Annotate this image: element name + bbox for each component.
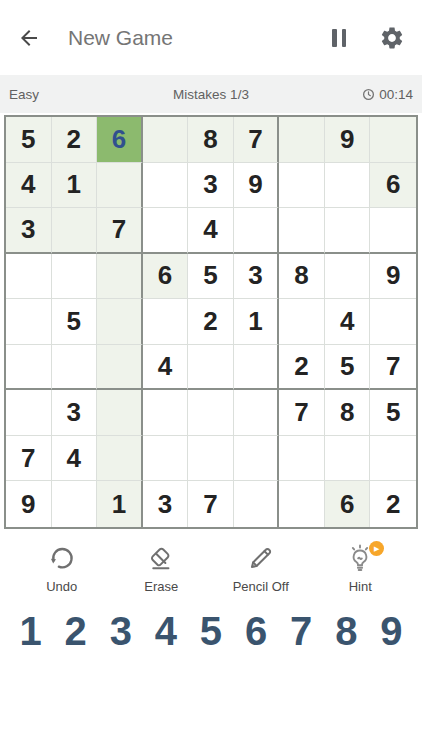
cell-r8c8[interactable] — [325, 436, 371, 482]
cell-r8c3[interactable] — [97, 436, 143, 482]
cell-r5c1[interactable] — [6, 299, 52, 345]
numpad-1[interactable]: 1 — [8, 609, 53, 653]
back-button[interactable] — [16, 25, 42, 51]
numpad-6[interactable]: 6 — [234, 609, 279, 653]
pause-button[interactable] — [326, 25, 352, 51]
play-badge-icon: ▶ — [369, 541, 384, 556]
cell-r8c6[interactable] — [234, 436, 280, 482]
numpad-4[interactable]: 4 — [143, 609, 188, 653]
numpad: 123456789 — [0, 609, 422, 653]
cell-r1c5[interactable]: 8 — [188, 117, 234, 163]
cell-r2c3[interactable] — [97, 163, 143, 209]
hint-label: Hint — [349, 579, 372, 594]
cell-r1c9[interactable] — [370, 117, 416, 163]
cell-r8c4[interactable] — [143, 436, 189, 482]
erase-label: Erase — [144, 579, 178, 594]
cell-r4c2[interactable] — [52, 254, 98, 300]
pause-icon — [332, 29, 337, 47]
pencil-icon — [245, 542, 277, 574]
cell-r7c6[interactable] — [234, 390, 280, 436]
cell-r3c2[interactable] — [52, 208, 98, 254]
cell-r1c4[interactable] — [143, 117, 189, 163]
cell-r2c2[interactable]: 1 — [52, 163, 98, 209]
cell-r3c5[interactable]: 4 — [188, 208, 234, 254]
cell-r2c5[interactable]: 3 — [188, 163, 234, 209]
cell-r6c5[interactable] — [188, 345, 234, 391]
timer: 00:14 — [294, 87, 413, 102]
cell-r1c7[interactable] — [279, 117, 325, 163]
hint-button[interactable]: ▶ Hint — [311, 542, 411, 594]
app-bar: New Game — [0, 0, 422, 75]
cell-r9c3[interactable]: 1 — [97, 481, 143, 527]
cell-r5c3[interactable] — [97, 299, 143, 345]
cell-r3c3[interactable]: 7 — [97, 208, 143, 254]
cell-r1c1[interactable]: 5 — [6, 117, 52, 163]
cell-r6c4[interactable]: 4 — [143, 345, 189, 391]
cell-r6c6[interactable] — [234, 345, 280, 391]
cell-r6c8[interactable]: 5 — [325, 345, 371, 391]
pencil-label: Pencil Off — [233, 579, 289, 594]
numpad-2[interactable]: 2 — [53, 609, 98, 653]
cell-r9c2[interactable] — [52, 481, 98, 527]
difficulty-label: Easy — [9, 87, 128, 102]
cell-r7c1[interactable] — [6, 390, 52, 436]
cell-r5c7[interactable] — [279, 299, 325, 345]
gear-icon — [379, 25, 405, 51]
cell-r9c7[interactable] — [279, 481, 325, 527]
cell-r8c5[interactable] — [188, 436, 234, 482]
sudoku-grid: 526879413963746538952144257378574913762 — [4, 115, 418, 529]
cell-r2c8[interactable] — [325, 163, 371, 209]
cell-r9c1[interactable]: 9 — [6, 481, 52, 527]
cell-r9c5[interactable]: 7 — [188, 481, 234, 527]
eraser-icon — [145, 542, 177, 574]
cell-r7c3[interactable] — [97, 390, 143, 436]
cell-r7c9[interactable]: 5 — [370, 390, 416, 436]
cell-r4c7[interactable]: 8 — [279, 254, 325, 300]
cell-r2c7[interactable] — [279, 163, 325, 209]
cell-r2c4[interactable] — [143, 163, 189, 209]
cell-r1c3[interactable]: 6 — [97, 117, 143, 163]
cell-r9c4[interactable]: 3 — [143, 481, 189, 527]
cell-r1c8[interactable]: 9 — [325, 117, 371, 163]
cell-r7c2[interactable]: 3 — [52, 390, 98, 436]
cell-r3c7[interactable] — [279, 208, 325, 254]
cell-r4c6[interactable]: 3 — [234, 254, 280, 300]
cell-r3c4[interactable] — [143, 208, 189, 254]
cell-r4c9[interactable]: 9 — [370, 254, 416, 300]
cell-r7c5[interactable] — [188, 390, 234, 436]
cell-r9c6[interactable] — [234, 481, 280, 527]
cell-r9c8[interactable]: 6 — [325, 481, 371, 527]
erase-button[interactable]: Erase — [112, 542, 212, 594]
cell-r8c1[interactable]: 7 — [6, 436, 52, 482]
settings-button[interactable] — [378, 24, 406, 52]
numpad-7[interactable]: 7 — [279, 609, 324, 653]
cell-r5c2[interactable]: 5 — [52, 299, 98, 345]
cell-r8c2[interactable]: 4 — [52, 436, 98, 482]
cell-r4c5[interactable]: 5 — [188, 254, 234, 300]
cell-r4c4[interactable]: 6 — [143, 254, 189, 300]
cell-r3c6[interactable] — [234, 208, 280, 254]
numpad-3[interactable]: 3 — [98, 609, 143, 653]
back-arrow-icon — [17, 26, 41, 50]
undo-icon — [46, 542, 78, 574]
cell-r2c6[interactable]: 9 — [234, 163, 280, 209]
cell-r4c3[interactable] — [97, 254, 143, 300]
cell-r8c7[interactable] — [279, 436, 325, 482]
mistakes-counter: Mistakes 1/3 — [128, 87, 294, 102]
cell-r6c3[interactable] — [97, 345, 143, 391]
undo-button[interactable]: Undo — [12, 542, 112, 594]
cell-r4c8[interactable] — [325, 254, 371, 300]
cell-r5c9[interactable] — [370, 299, 416, 345]
cell-r6c2[interactable] — [52, 345, 98, 391]
cell-r7c7[interactable]: 7 — [279, 390, 325, 436]
cell-r3c8[interactable] — [325, 208, 371, 254]
timer-value: 00:14 — [379, 87, 413, 102]
cell-r7c4[interactable] — [143, 390, 189, 436]
cell-r9c9[interactable]: 2 — [370, 481, 416, 527]
numpad-9[interactable]: 9 — [369, 609, 414, 653]
cell-r5c8[interactable]: 4 — [325, 299, 371, 345]
info-bar: Easy Mistakes 1/3 00:14 — [0, 75, 422, 113]
cell-r5c6[interactable]: 1 — [234, 299, 280, 345]
page-title: New Game — [68, 26, 326, 50]
cell-r6c7[interactable]: 2 — [279, 345, 325, 391]
undo-label: Undo — [46, 579, 77, 594]
cell-r7c8[interactable]: 8 — [325, 390, 371, 436]
cell-r6c9[interactable]: 7 — [370, 345, 416, 391]
sudoku-app-screen: New Game Easy Mistakes 1/3 00:14 5268794… — [0, 0, 422, 750]
cell-r3c1[interactable]: 3 — [6, 208, 52, 254]
toolbar: Undo Erase — [0, 542, 422, 594]
cell-r8c9[interactable] — [370, 436, 416, 482]
pencil-button[interactable]: Pencil Off — [211, 542, 311, 594]
cell-r6c1[interactable] — [6, 345, 52, 391]
cell-r4c1[interactable] — [6, 254, 52, 300]
numpad-8[interactable]: 8 — [324, 609, 369, 653]
cell-r5c5[interactable]: 2 — [188, 299, 234, 345]
cell-r5c4[interactable] — [143, 299, 189, 345]
cell-r2c1[interactable]: 4 — [6, 163, 52, 209]
numpad-5[interactable]: 5 — [188, 609, 233, 653]
clock-icon — [362, 88, 375, 101]
cell-r1c6[interactable]: 7 — [234, 117, 280, 163]
cell-r2c9[interactable]: 6 — [370, 163, 416, 209]
cell-r1c2[interactable]: 2 — [52, 117, 98, 163]
cell-r3c9[interactable] — [370, 208, 416, 254]
